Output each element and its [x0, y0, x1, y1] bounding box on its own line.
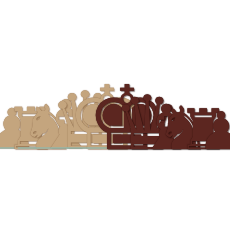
- pieces-row: ♟♜♞♝♛♚♚♛♝♞♜♟: [0, 0, 230, 230]
- chess-set-photo: ♟♜♞♝♛♚♚♛♝♞♜♟: [0, 0, 230, 230]
- piece-black-pawn: ♟: [198, 105, 230, 157]
